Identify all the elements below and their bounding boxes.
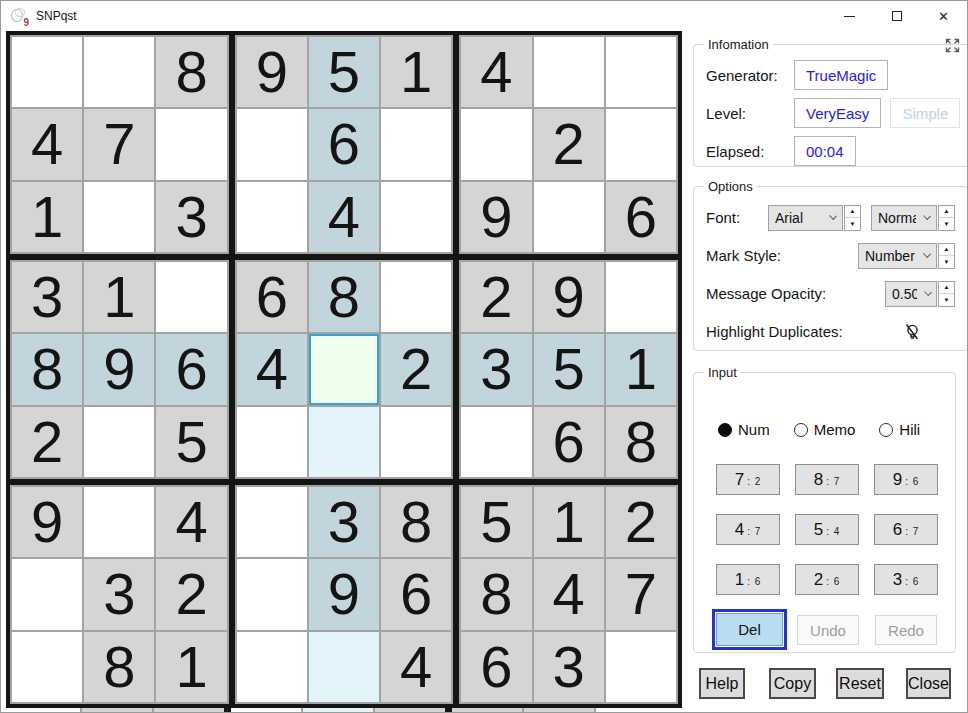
board-cell-r1c4[interactable]: 9 xyxy=(237,37,307,107)
digit-label: 6 xyxy=(893,520,902,540)
close-icon: ✕ xyxy=(938,10,949,23)
board-cell-r3c9[interactable]: 6 xyxy=(606,182,676,252)
radio-icon xyxy=(718,423,732,437)
board-cell-r2c1[interactable]: 4 xyxy=(12,109,82,179)
mark-style-select[interactable]: Number xyxy=(858,243,937,269)
board-cell-r9c7[interactable]: 6 xyxy=(461,632,531,702)
highlight-duplicates-label: Highlight Duplicates: xyxy=(706,323,843,340)
digit-button-7[interactable]: 7: 2 xyxy=(716,464,780,495)
spin-up-icon[interactable]: ▲ xyxy=(939,206,954,219)
close-dialog-button[interactable]: Close xyxy=(906,668,951,699)
board-cell-r6c1[interactable]: 2 xyxy=(12,407,82,477)
maximize-button[interactable] xyxy=(873,1,920,31)
digit-count: : 6 xyxy=(905,576,919,587)
chevron-down-icon xyxy=(923,250,931,258)
level-label: Level: xyxy=(706,105,794,122)
board-cell-r2c6[interactable] xyxy=(381,109,451,179)
generator-label: Generator: xyxy=(706,67,794,84)
board-cell-r1c8[interactable] xyxy=(534,37,604,107)
board-clipped-edge xyxy=(10,708,678,713)
digit-button-6[interactable]: 6: 7 xyxy=(874,514,938,545)
board-cell-r2c2[interactable]: 7 xyxy=(84,109,154,179)
board-cell-r6c7[interactable] xyxy=(461,407,531,477)
digit-label: 4 xyxy=(735,520,744,540)
app-icon-digit: 9 xyxy=(23,17,29,28)
mark-style-spinner[interactable]: ▲ ▼ xyxy=(938,243,955,269)
digit-button-9[interactable]: 9: 6 xyxy=(874,464,938,495)
board-cell-r6c3[interactable]: 5 xyxy=(156,407,226,477)
digit-count: : 6 xyxy=(905,476,919,487)
board-cell-r9c3[interactable]: 1 xyxy=(156,632,226,702)
redo-button[interactable]: Redo xyxy=(875,615,937,645)
board-cell-r9c6[interactable]: 4 xyxy=(381,632,451,702)
board-cell-r2c9[interactable] xyxy=(606,109,676,179)
board-cell-r5c6[interactable]: 2 xyxy=(381,334,451,404)
digit-count: : 6 xyxy=(747,576,761,587)
board-cell-r6c2[interactable] xyxy=(84,407,154,477)
board-box-1: 84713 xyxy=(10,35,229,254)
board-cell-r1c2[interactable] xyxy=(84,37,154,107)
board-cell-r4c1[interactable]: 3 xyxy=(12,262,82,332)
board-cell-r5c3[interactable]: 6 xyxy=(156,334,226,404)
board-cell-r3c6[interactable] xyxy=(381,182,451,252)
board-cell-r1c7[interactable]: 4 xyxy=(461,37,531,107)
board-cell-r5c2[interactable]: 9 xyxy=(84,334,154,404)
board-cell-r5c4[interactable]: 4 xyxy=(237,334,307,404)
board-cell-r2c8[interactable]: 2 xyxy=(534,109,604,179)
board-cell-r5c1[interactable]: 8 xyxy=(12,334,82,404)
board-cell-r6c5[interactable] xyxy=(309,407,379,477)
board-cell-r4c4[interactable]: 6 xyxy=(237,262,307,332)
board-cell-r9c1[interactable] xyxy=(12,632,82,702)
board-cell-r4c9[interactable] xyxy=(606,262,676,332)
mark-style-label: Mark Style: xyxy=(706,247,781,264)
digit-label: 9 xyxy=(893,470,902,490)
resize-grip[interactable] xyxy=(961,707,963,709)
board-cell-r3c1[interactable]: 1 xyxy=(12,182,82,252)
level-value[interactable]: VeryEasy xyxy=(794,98,881,128)
board-cell-r1c3[interactable]: 8 xyxy=(156,37,226,107)
board-cell-r5c5[interactable] xyxy=(309,334,379,404)
board-cell-r3c4[interactable] xyxy=(237,182,307,252)
board-cell-r9c9[interactable] xyxy=(606,632,676,702)
font-weight-spinner[interactable]: ▲ ▼ xyxy=(938,205,955,231)
digit-label: 3 xyxy=(893,570,902,590)
mode-radio-memo[interactable]: Memo xyxy=(794,421,856,438)
digit-label: 5 xyxy=(814,520,823,540)
board-cell-r5c9[interactable]: 1 xyxy=(606,334,676,404)
titlebar: 9 SNPqst ✕ xyxy=(1,1,967,31)
lightbulb-off-icon[interactable] xyxy=(903,322,921,342)
board-cell-r3c7[interactable]: 9 xyxy=(461,182,531,252)
board-cell-r6c4[interactable] xyxy=(237,407,307,477)
delete-button[interactable]: Del xyxy=(712,609,787,650)
board-cell-r2c7[interactable] xyxy=(461,109,531,179)
information-group: Infomation Generator: TrueMagic Level: V… xyxy=(693,37,968,167)
elapsed-value: 00:04 xyxy=(794,136,856,166)
input-group: Input NumMemoHili 7: 28: 79: 64: 75: 46:… xyxy=(693,365,956,653)
board-cell-r3c5[interactable]: 4 xyxy=(309,182,379,252)
information-legend: Infomation xyxy=(704,37,773,52)
digit-label: 7 xyxy=(735,470,744,490)
board-cell-r7c5[interactable]: 3 xyxy=(309,487,379,557)
board-cell-r4c6[interactable] xyxy=(381,262,451,332)
board-box-7: 943281 xyxy=(10,485,229,704)
board-box-5: 6842 xyxy=(235,260,454,479)
radio-icon xyxy=(879,423,893,437)
delete-button-label: Del xyxy=(716,613,783,646)
board-cell-r8c8[interactable]: 4 xyxy=(534,559,604,629)
digit-count: : 7 xyxy=(747,526,761,537)
board-cell-r9c8[interactable]: 3 xyxy=(534,632,604,702)
font-weight-select[interactable]: Norma xyxy=(871,205,937,231)
input-mode-radios: NumMemoHili xyxy=(718,421,920,438)
spin-down-icon[interactable]: ▼ xyxy=(939,294,954,306)
board-box-3: 4296 xyxy=(459,35,678,254)
mark-style-value: Number xyxy=(865,248,915,264)
spin-up-icon[interactable]: ▲ xyxy=(845,206,860,219)
board-cell-r7c9[interactable]: 2 xyxy=(606,487,676,557)
board-cell-r7c2[interactable] xyxy=(84,487,154,557)
level-alt-value[interactable]: Simple xyxy=(890,98,960,128)
mode-radio-num[interactable]: Num xyxy=(718,421,770,438)
digit-button-1[interactable]: 1: 6 xyxy=(716,564,780,595)
minimize-icon xyxy=(844,16,855,17)
board-box-2: 95164 xyxy=(235,35,454,254)
radio-icon xyxy=(794,423,808,437)
board-cell-r9c4[interactable] xyxy=(237,632,307,702)
board-cell-r2c4[interactable] xyxy=(237,109,307,179)
font-label: Font: xyxy=(706,209,768,226)
maximize-icon xyxy=(892,11,902,21)
board-cell-r4c2[interactable]: 1 xyxy=(84,262,154,332)
board-cell-r1c6[interactable]: 1 xyxy=(381,37,451,107)
board-cell-r2c5[interactable]: 6 xyxy=(309,109,379,179)
board-cell-r3c8[interactable] xyxy=(534,182,604,252)
board-cell-r8c1[interactable] xyxy=(12,559,82,629)
mode-radio-hili[interactable]: Hili xyxy=(879,421,920,438)
board-cell-r7c3[interactable]: 4 xyxy=(156,487,226,557)
board-cell-r8c9[interactable]: 7 xyxy=(606,559,676,629)
board-cell-r8c4[interactable] xyxy=(237,559,307,629)
message-opacity-value: 0.50 xyxy=(892,286,917,302)
digit-count: : 7 xyxy=(905,526,919,537)
options-group: Options Font: Arial ▲ ▼ Norma ▲ ▼ Mark S… xyxy=(693,179,968,351)
board-cell-r8c2[interactable]: 3 xyxy=(84,559,154,629)
font-family-select[interactable]: Arial xyxy=(768,205,843,231)
spin-down-icon[interactable]: ▼ xyxy=(845,218,860,230)
chevron-down-icon xyxy=(923,212,931,220)
digit-button-2[interactable]: 2: 6 xyxy=(795,564,859,595)
board-cell-r4c5[interactable]: 8 xyxy=(309,262,379,332)
font-family-value: Arial xyxy=(775,210,803,226)
message-opacity-label: Message Opacity: xyxy=(706,285,826,302)
board-cell-r8c7[interactable]: 8 xyxy=(461,559,531,629)
board-cell-r8c3[interactable]: 2 xyxy=(156,559,226,629)
elapsed-label: Elapsed: xyxy=(706,143,794,160)
options-legend: Options xyxy=(704,179,757,194)
digit-label: 1 xyxy=(735,570,744,590)
expand-icon[interactable] xyxy=(945,38,960,53)
font-weight-value: Norma xyxy=(878,210,916,226)
spin-up-icon[interactable]: ▲ xyxy=(939,282,954,295)
reset-button[interactable]: Reset xyxy=(836,668,884,699)
digit-label: 8 xyxy=(814,470,823,490)
minimize-button[interactable] xyxy=(826,1,873,31)
close-button[interactable]: ✕ xyxy=(920,1,967,31)
mode-radio-label: Memo xyxy=(814,421,856,438)
board-cell-r1c5[interactable]: 5 xyxy=(309,37,379,107)
undo-button[interactable]: Undo xyxy=(797,615,859,645)
sudoku-board[interactable]: 8471395164429631896256842293516894328138… xyxy=(6,31,682,708)
board-cell-r6c9[interactable]: 8 xyxy=(606,407,676,477)
board-cell-r7c1[interactable]: 9 xyxy=(12,487,82,557)
spin-down-icon[interactable]: ▼ xyxy=(939,218,954,230)
digit-count: : 7 xyxy=(826,476,840,487)
message-opacity-spinner[interactable]: ▲ ▼ xyxy=(938,281,955,307)
board-cell-r7c6[interactable]: 8 xyxy=(381,487,451,557)
mode-radio-label: Num xyxy=(738,421,770,438)
chevron-down-icon xyxy=(924,288,931,295)
board-cell-r1c1[interactable] xyxy=(12,37,82,107)
board-cell-r1c9[interactable] xyxy=(606,37,676,107)
window-title: SNPqst xyxy=(36,9,77,23)
board-cell-r7c4[interactable] xyxy=(237,487,307,557)
board-cell-r7c7[interactable]: 5 xyxy=(461,487,531,557)
board-cell-r3c2[interactable] xyxy=(84,182,154,252)
board-cell-r9c5[interactable] xyxy=(309,632,379,702)
board-cell-r5c8[interactable]: 5 xyxy=(534,334,604,404)
board-cell-r2c3[interactable] xyxy=(156,109,226,179)
board-box-9: 51284763 xyxy=(459,485,678,704)
board-box-8: 38964 xyxy=(235,485,454,704)
digit-button-3[interactable]: 3: 6 xyxy=(874,564,938,595)
generator-value[interactable]: TrueMagic xyxy=(794,60,888,90)
digit-button-5[interactable]: 5: 4 xyxy=(795,514,859,545)
board-cell-r9c2[interactable]: 8 xyxy=(84,632,154,702)
board-cell-r5c7[interactable]: 3 xyxy=(461,334,531,404)
board-cell-r4c7[interactable]: 2 xyxy=(461,262,531,332)
digit-buttons: 7: 28: 79: 64: 75: 46: 71: 62: 63: 6 xyxy=(716,464,938,595)
board-cell-r7c8[interactable]: 1 xyxy=(534,487,604,557)
message-opacity-select[interactable]: 0.50 xyxy=(885,281,937,307)
board-box-6: 2935168 xyxy=(459,260,678,479)
digit-count: : 4 xyxy=(826,526,840,537)
board-cell-r6c6[interactable] xyxy=(381,407,451,477)
font-family-spinner[interactable]: ▲ ▼ xyxy=(844,205,861,231)
mode-radio-label: Hili xyxy=(899,421,920,438)
board-cell-r8c5[interactable]: 9 xyxy=(309,559,379,629)
chevron-down-icon xyxy=(829,212,837,220)
app-icon: 9 xyxy=(11,8,27,24)
copy-button[interactable]: Copy xyxy=(769,668,816,699)
board-cell-r4c3[interactable] xyxy=(156,262,226,332)
board-cell-r3c3[interactable]: 3 xyxy=(156,182,226,252)
digit-button-8[interactable]: 8: 7 xyxy=(795,464,859,495)
digit-count: : 6 xyxy=(826,576,840,587)
digit-count: : 2 xyxy=(747,476,761,487)
board-cell-r4c8[interactable]: 9 xyxy=(534,262,604,332)
board-box-4: 3189625 xyxy=(10,260,229,479)
board-cell-r8c6[interactable]: 6 xyxy=(381,559,451,629)
digit-button-4[interactable]: 4: 7 xyxy=(716,514,780,545)
spin-down-icon[interactable]: ▼ xyxy=(939,256,954,268)
input-legend: Input xyxy=(704,365,741,380)
digit-label: 2 xyxy=(814,570,823,590)
help-button[interactable]: Help xyxy=(699,668,745,699)
board-cell-r6c8[interactable]: 6 xyxy=(534,407,604,477)
spin-up-icon[interactable]: ▲ xyxy=(939,244,954,257)
